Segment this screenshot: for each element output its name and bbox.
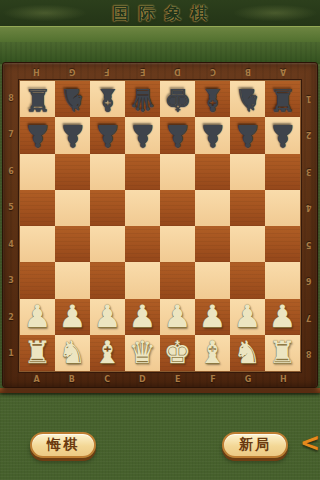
coord-label: 2: [306, 130, 312, 139]
piece-black-rook[interactable]: ♜: [269, 84, 297, 115]
coord-label: 4: [306, 203, 312, 212]
coords-top: HGFEDCBA: [19, 63, 301, 80]
square-e5[interactable]: [160, 190, 195, 226]
piece-black-pawn[interactable]: ♟: [24, 120, 52, 151]
coord-label: 6: [306, 276, 312, 285]
piece-white-pawn[interactable]: ♟: [269, 301, 297, 332]
piece-white-pawn[interactable]: ♟: [24, 301, 52, 332]
page-title: 国际象棋: [104, 2, 217, 25]
piece-white-queen[interactable]: ♛: [129, 337, 157, 368]
piece-black-queen[interactable]: ♛: [129, 84, 157, 115]
square-h3[interactable]: [265, 262, 300, 298]
piece-black-pawn[interactable]: ♟: [199, 120, 227, 151]
square-d8[interactable]: ♛: [125, 81, 160, 117]
square-h5[interactable]: [265, 190, 300, 226]
piece-black-pawn[interactable]: ♟: [234, 120, 262, 151]
coord-label: 5: [8, 203, 14, 212]
square-c1[interactable]: ♝: [90, 335, 125, 371]
square-h4[interactable]: [265, 226, 300, 262]
square-a6[interactable]: [20, 154, 55, 190]
title-banner: 国际象棋: [0, 0, 320, 27]
coord-label: F: [210, 375, 215, 384]
coord-label: E: [175, 375, 180, 384]
square-a3[interactable]: [20, 262, 55, 298]
square-a5[interactable]: [20, 190, 55, 226]
square-g7[interactable]: ♟: [230, 117, 265, 153]
collapse-chevron-icon[interactable]: <: [301, 429, 319, 457]
banner-substrip: [0, 27, 320, 43]
piece-white-pawn[interactable]: ♟: [59, 301, 87, 332]
square-g2[interactable]: ♟: [230, 299, 265, 335]
square-e3[interactable]: [160, 262, 195, 298]
undo-button[interactable]: 悔棋: [30, 432, 96, 458]
square-b4[interactable]: [55, 226, 90, 262]
coord-label: D: [174, 67, 181, 76]
piece-black-rook[interactable]: ♜: [24, 84, 52, 115]
square-c4[interactable]: [90, 226, 125, 262]
square-c3[interactable]: [90, 262, 125, 298]
square-h2[interactable]: ♟: [265, 299, 300, 335]
square-f6[interactable]: [195, 154, 230, 190]
square-f7[interactable]: ♟: [195, 117, 230, 153]
coord-label: 6: [8, 167, 14, 176]
board-grid: ♜♞♝♛♚♝♞♜♟♟♟♟♟♟♟♟♟♟♟♟♟♟♟♟♜♞♝♛♚♝♞♜: [19, 80, 301, 372]
piece-white-rook[interactable]: ♜: [269, 337, 297, 368]
square-g1[interactable]: ♞: [230, 335, 265, 371]
square-a2[interactable]: ♟: [20, 299, 55, 335]
coords-bottom: ABCDEFGH: [19, 372, 301, 387]
square-f8[interactable]: ♝: [195, 81, 230, 117]
coord-label: A: [34, 375, 40, 384]
square-e1[interactable]: ♚: [160, 335, 195, 371]
square-d3[interactable]: [125, 262, 160, 298]
piece-black-knight[interactable]: ♞: [234, 84, 262, 115]
square-f4[interactable]: [195, 226, 230, 262]
coord-label: H: [33, 67, 40, 76]
coord-label: G: [245, 375, 252, 384]
coord-label: 4: [8, 240, 14, 249]
felt-texture-strip: [0, 42, 320, 64]
coord-label: 8: [8, 94, 14, 103]
coord-label: C: [210, 67, 216, 76]
square-f1[interactable]: ♝: [195, 335, 230, 371]
piece-white-rook[interactable]: ♜: [24, 337, 52, 368]
piece-white-pawn[interactable]: ♟: [164, 301, 192, 332]
square-e6[interactable]: [160, 154, 195, 190]
square-b7[interactable]: ♟: [55, 117, 90, 153]
square-d1[interactable]: ♛: [125, 335, 160, 371]
app-root: 国际象棋 HGFEDCBA 87654321 ♜♞♝♛♚♝♞♜♟♟♟♟♟♟♟♟♟…: [0, 0, 320, 480]
coords-left: 87654321: [3, 80, 19, 372]
square-f3[interactable]: [195, 262, 230, 298]
square-d4[interactable]: [125, 226, 160, 262]
square-c6[interactable]: [90, 154, 125, 190]
square-e8[interactable]: ♚: [160, 81, 195, 117]
square-e7[interactable]: ♟: [160, 117, 195, 153]
square-d6[interactable]: [125, 154, 160, 190]
coord-label: 7: [306, 313, 312, 322]
square-a4[interactable]: [20, 226, 55, 262]
square-a8[interactable]: ♜: [20, 81, 55, 117]
piece-black-bishop[interactable]: ♝: [199, 84, 227, 115]
square-d5[interactable]: [125, 190, 160, 226]
square-d2[interactable]: ♟: [125, 299, 160, 335]
piece-white-knight[interactable]: ♞: [234, 337, 262, 368]
coord-label: F: [104, 67, 109, 76]
square-b5[interactable]: [55, 190, 90, 226]
piece-black-pawn[interactable]: ♟: [164, 120, 192, 151]
square-g5[interactable]: [230, 190, 265, 226]
board-table-edge: [0, 388, 320, 393]
coord-label: C: [104, 375, 110, 384]
coord-label: 3: [8, 276, 14, 285]
piece-white-knight[interactable]: ♞: [59, 337, 87, 368]
piece-white-bishop[interactable]: ♝: [199, 337, 227, 368]
square-g8[interactable]: ♞: [230, 81, 265, 117]
coord-label: E: [140, 67, 145, 76]
square-b2[interactable]: ♟: [55, 299, 90, 335]
square-b3[interactable]: [55, 262, 90, 298]
square-c7[interactable]: ♟: [90, 117, 125, 153]
piece-black-bishop[interactable]: ♝: [94, 84, 122, 115]
piece-black-knight[interactable]: ♞: [59, 84, 87, 115]
square-d7[interactable]: ♟: [125, 117, 160, 153]
piece-black-pawn[interactable]: ♟: [129, 120, 157, 151]
coord-label: 8: [306, 349, 312, 358]
square-a7[interactable]: ♟: [20, 117, 55, 153]
piece-black-pawn[interactable]: ♟: [269, 120, 297, 151]
coord-label: H: [280, 375, 287, 384]
piece-white-pawn[interactable]: ♟: [234, 301, 262, 332]
square-g4[interactable]: [230, 226, 265, 262]
coord-label: 1: [8, 349, 14, 358]
coord-label: 1: [306, 94, 312, 103]
coord-label: 5: [306, 240, 312, 249]
coord-label: D: [139, 375, 146, 384]
coord-label: 2: [8, 313, 14, 322]
piece-white-bishop[interactable]: ♝: [94, 337, 122, 368]
square-g3[interactable]: [230, 262, 265, 298]
square-c2[interactable]: ♟: [90, 299, 125, 335]
square-f5[interactable]: [195, 190, 230, 226]
piece-black-king[interactable]: ♚: [164, 84, 192, 115]
piece-white-pawn[interactable]: ♟: [129, 301, 157, 332]
coord-label: G: [69, 67, 76, 76]
square-e2[interactable]: ♟: [160, 299, 195, 335]
coord-label: A: [280, 67, 286, 76]
square-a1[interactable]: ♜: [20, 335, 55, 371]
square-h6[interactable]: [265, 154, 300, 190]
coord-label: 3: [306, 167, 312, 176]
square-g6[interactable]: [230, 154, 265, 190]
square-c8[interactable]: ♝: [90, 81, 125, 117]
square-h7[interactable]: ♟: [265, 117, 300, 153]
chess-board: HGFEDCBA 87654321 ♜♞♝♛♚♝♞♜♟♟♟♟♟♟♟♟♟♟♟♟♟♟…: [2, 62, 318, 388]
square-b8[interactable]: ♞: [55, 81, 90, 117]
new-game-button[interactable]: 新局: [222, 432, 288, 458]
square-b1[interactable]: ♞: [55, 335, 90, 371]
square-c5[interactable]: [90, 190, 125, 226]
piece-white-king[interactable]: ♚: [164, 337, 192, 368]
piece-white-pawn[interactable]: ♟: [94, 301, 122, 332]
square-b6[interactable]: [55, 154, 90, 190]
square-e4[interactable]: [160, 226, 195, 262]
square-f2[interactable]: ♟: [195, 299, 230, 335]
coord-label: B: [245, 67, 251, 76]
coords-right: 12345678: [301, 80, 317, 372]
coord-label: B: [69, 375, 75, 384]
piece-black-pawn[interactable]: ♟: [59, 120, 87, 151]
square-h8[interactable]: ♜: [265, 81, 300, 117]
piece-white-pawn[interactable]: ♟: [199, 301, 227, 332]
piece-black-pawn[interactable]: ♟: [94, 120, 122, 151]
coord-label: 7: [8, 130, 14, 139]
square-h1[interactable]: ♜: [265, 335, 300, 371]
